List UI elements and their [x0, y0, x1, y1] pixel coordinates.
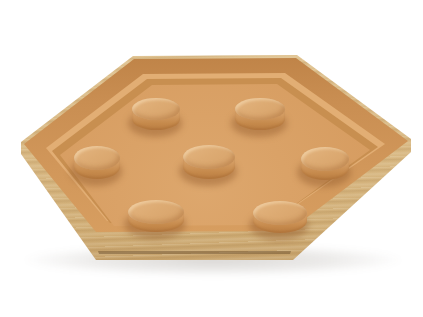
board-stud-mid-right: [301, 147, 349, 171]
board-stud-mid-left: [74, 146, 120, 170]
board-stud-top-right: [235, 98, 285, 120]
board-stud-bottom-right: [253, 201, 307, 225]
stud-layer: [0, 0, 423, 317]
board-stud-top-left: [132, 98, 180, 120]
board-stud-center: [183, 145, 235, 169]
product-photo-stage: [0, 0, 423, 317]
board-stud-bottom-left: [128, 200, 184, 224]
